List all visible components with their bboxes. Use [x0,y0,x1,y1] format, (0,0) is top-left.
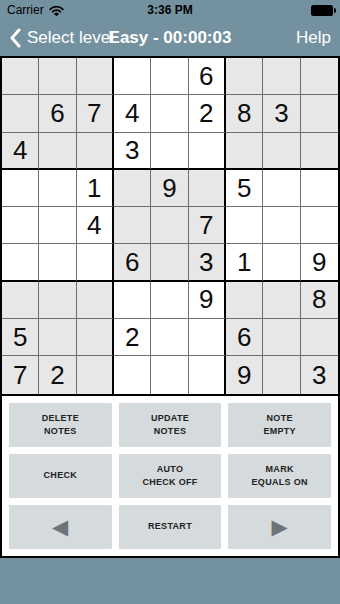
cell-r7c9[interactable]: 8 [301,282,338,319]
cell-r5c3[interactable]: 4 [77,207,114,244]
cell-r3c3[interactable] [77,133,114,170]
help-button[interactable]: Help [296,28,331,48]
button-label-line: RESTART [148,520,192,533]
right-arrow-icon: ▶ [271,516,287,537]
mark-equals-button[interactable]: MARK EQUALS ON [228,454,331,498]
cell-r4c5[interactable]: 9 [151,170,188,207]
button-label-line: CHECK [44,469,78,482]
cell-r6c6[interactable]: 3 [189,244,226,281]
cell-r5c8[interactable] [263,207,300,244]
restart-button[interactable]: RESTART [119,505,222,549]
app-screen: Carrier 3:36 PM Select level Easy - 00:0… [0,0,340,604]
cell-r9c2[interactable]: 2 [39,356,76,393]
cell-r9c5[interactable] [151,356,188,393]
cell-r3c8[interactable] [263,133,300,170]
button-label-line: MARK [266,463,294,476]
cell-r9c8[interactable] [263,356,300,393]
cell-r8c2[interactable] [39,319,76,356]
cell-r4c3[interactable]: 1 [77,170,114,207]
cell-r1c3[interactable] [77,58,114,95]
cell-r2c9[interactable] [301,95,338,132]
auto-check-button[interactable]: AUTO CHECK OFF [119,454,222,498]
battery-icon [311,5,333,16]
button-label-line: UPDATE [151,412,189,425]
cell-r2c3[interactable]: 7 [77,95,114,132]
cell-r8c4[interactable]: 2 [114,319,151,356]
cell-r6c1[interactable] [2,244,39,281]
wifi-icon [49,5,64,16]
cell-r8c8[interactable] [263,319,300,356]
back-button[interactable]: Select level [9,28,114,48]
cell-r2c7[interactable]: 8 [226,95,263,132]
cell-r3c1[interactable]: 4 [2,133,39,170]
cell-r1c8[interactable] [263,58,300,95]
nav-title: Easy - 00:00:03 [109,28,232,48]
cell-r4c9[interactable] [301,170,338,207]
cell-r5c7[interactable] [226,207,263,244]
cell-r6c7[interactable]: 1 [226,244,263,281]
back-label: Select level [27,28,114,48]
cell-r7c7[interactable] [226,282,263,319]
cell-r9c6[interactable] [189,356,226,393]
cell-r9c3[interactable] [77,356,114,393]
cell-r7c6[interactable]: 9 [189,282,226,319]
carrier-label: Carrier [7,3,44,17]
button-label-line: DELETE [42,412,79,425]
note-empty-button[interactable]: NOTE EMPTY [228,403,331,447]
cell-r2c2[interactable]: 6 [39,95,76,132]
prev-button[interactable]: ◀ [9,505,112,549]
cell-r1c1[interactable] [2,58,39,95]
cell-r8c3[interactable] [77,319,114,356]
cell-r7c1[interactable] [2,282,39,319]
button-label-line: NOTE [267,412,293,425]
cell-r2c5[interactable] [151,95,188,132]
cell-r6c9[interactable]: 9 [301,244,338,281]
cell-r3c5[interactable] [151,133,188,170]
status-bar: Carrier 3:36 PM [0,0,340,20]
cell-r4c7[interactable]: 5 [226,170,263,207]
cell-r6c8[interactable] [263,244,300,281]
next-button[interactable]: ▶ [228,505,331,549]
cell-r3c6[interactable] [189,133,226,170]
cell-r1c4[interactable] [114,58,151,95]
button-label-line: NOTES [154,425,187,438]
cell-r2c6[interactable]: 2 [189,95,226,132]
cell-r5c5[interactable] [151,207,188,244]
cell-r2c8[interactable]: 3 [263,95,300,132]
controls-panel: DELETE NOTES UPDATE NOTES NOTE EMPTY CHE… [2,396,338,556]
cell-r1c7[interactable] [226,58,263,95]
cell-r4c8[interactable] [263,170,300,207]
cell-r5c9[interactable] [301,207,338,244]
cell-r1c2[interactable] [39,58,76,95]
cell-r9c7[interactable]: 9 [226,356,263,393]
cell-r5c2[interactable] [39,207,76,244]
cell-r8c9[interactable] [301,319,338,356]
sudoku-board: 667428343195476319985267293 [2,58,338,396]
delete-notes-button[interactable]: DELETE NOTES [9,403,112,447]
cell-r7c8[interactable] [263,282,300,319]
left-arrow-icon: ◀ [52,516,68,537]
cell-r7c4[interactable] [114,282,151,319]
nav-bar: Select level Easy - 00:00:03 Help [0,20,340,56]
cell-r9c4[interactable] [114,356,151,393]
update-notes-button[interactable]: UPDATE NOTES [119,403,222,447]
button-label-line: EQUALS ON [252,476,308,489]
button-label-line: CHECK OFF [142,476,197,489]
content-panel: 667428343195476319985267293 DELETE NOTES… [0,56,340,558]
cell-r5c4[interactable] [114,207,151,244]
cell-r8c5[interactable] [151,319,188,356]
cell-r3c4[interactable]: 3 [114,133,151,170]
cell-r7c3[interactable] [77,282,114,319]
cell-r2c4[interactable]: 4 [114,95,151,132]
chevron-left-icon [9,28,21,48]
cell-r8c7[interactable]: 6 [226,319,263,356]
cell-r6c5[interactable] [151,244,188,281]
cell-r3c7[interactable] [226,133,263,170]
cell-r4c6[interactable] [189,170,226,207]
cell-r6c3[interactable] [77,244,114,281]
cell-r1c5[interactable] [151,58,188,95]
cell-r4c4[interactable] [114,170,151,207]
time-label: 3:36 PM [147,3,192,17]
cell-r1c9[interactable] [301,58,338,95]
cell-r4c2[interactable] [39,170,76,207]
cell-r7c2[interactable] [39,282,76,319]
cell-r7c5[interactable] [151,282,188,319]
cell-r3c2[interactable] [39,133,76,170]
cell-r2c1[interactable] [2,95,39,132]
cell-r5c1[interactable] [2,207,39,244]
cell-r8c1[interactable]: 5 [2,319,39,356]
cell-r3c9[interactable] [301,133,338,170]
cell-r6c2[interactable] [39,244,76,281]
cell-r8c6[interactable] [189,319,226,356]
cell-r4c1[interactable] [2,170,39,207]
cell-r9c9[interactable]: 3 [301,356,338,393]
cell-r9c1[interactable]: 7 [2,356,39,393]
button-label-line: AUTO [157,463,184,476]
cell-r1c6[interactable]: 6 [189,58,226,95]
cell-r6c4[interactable]: 6 [114,244,151,281]
button-label-line: EMPTY [263,425,296,438]
check-button[interactable]: CHECK [9,454,112,498]
cell-r5c6[interactable]: 7 [189,207,226,244]
button-label-line: NOTES [44,425,77,438]
